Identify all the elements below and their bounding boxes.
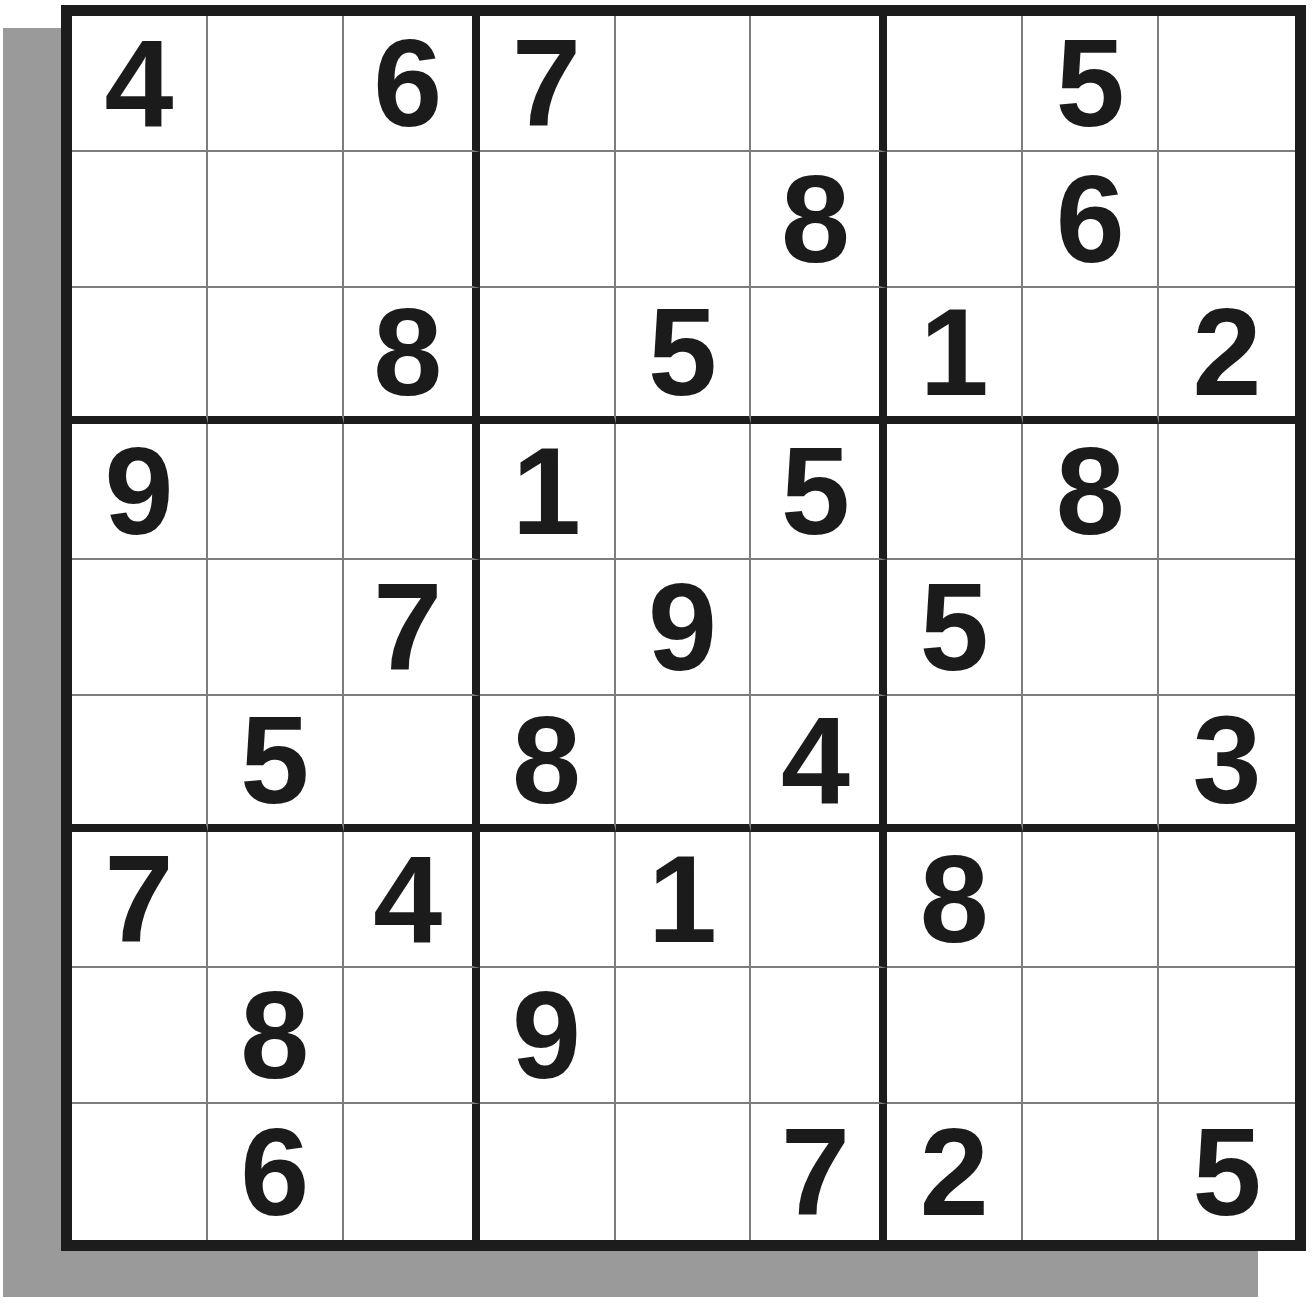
- cell-r7c9[interactable]: [1159, 832, 1295, 968]
- cell-r7c6[interactable]: [751, 832, 887, 968]
- cell-r9c2[interactable]: 6: [208, 1104, 344, 1240]
- cell-r1c7[interactable]: [887, 16, 1023, 152]
- cell-r1c9[interactable]: [1159, 16, 1295, 152]
- cell-r5c2[interactable]: [208, 560, 344, 696]
- cell-r4c2[interactable]: [208, 424, 344, 560]
- cell-r7c5[interactable]: 1: [616, 832, 752, 968]
- cell-r8c6[interactable]: [751, 968, 887, 1104]
- cell-r8c2[interactable]: 8: [208, 968, 344, 1104]
- cell-r3c6[interactable]: [751, 288, 887, 424]
- cell-r6c9[interactable]: 3: [1159, 696, 1295, 832]
- cell-r1c4[interactable]: 7: [480, 16, 616, 152]
- cell-r6c8[interactable]: [1023, 696, 1159, 832]
- cell-r3c7[interactable]: 1: [887, 288, 1023, 424]
- cell-r5c6[interactable]: [751, 560, 887, 696]
- cell-r7c4[interactable]: [480, 832, 616, 968]
- cell-r8c5[interactable]: [616, 968, 752, 1104]
- cell-r4c6[interactable]: 5: [751, 424, 887, 560]
- sudoku-board: 4675868512915879558437418896725: [61, 5, 1306, 1251]
- cell-r7c2[interactable]: [208, 832, 344, 968]
- cell-r2c4[interactable]: [480, 152, 616, 288]
- cell-r9c4[interactable]: [480, 1104, 616, 1240]
- cell-r8c1[interactable]: [72, 968, 208, 1104]
- cell-r3c8[interactable]: [1023, 288, 1159, 424]
- cell-r3c2[interactable]: [208, 288, 344, 424]
- cell-r8c4[interactable]: 9: [480, 968, 616, 1104]
- cell-r2c8[interactable]: 6: [1023, 152, 1159, 288]
- cell-r6c6[interactable]: 4: [751, 696, 887, 832]
- cell-r3c3[interactable]: 8: [344, 288, 480, 424]
- cell-r2c2[interactable]: [208, 152, 344, 288]
- cell-r4c1[interactable]: 9: [72, 424, 208, 560]
- cell-r9c7[interactable]: 2: [887, 1104, 1023, 1240]
- cell-r3c9[interactable]: 2: [1159, 288, 1295, 424]
- cell-r2c7[interactable]: [887, 152, 1023, 288]
- cell-r8c7[interactable]: [887, 968, 1023, 1104]
- cell-r1c1[interactable]: 4: [72, 16, 208, 152]
- cell-r8c9[interactable]: [1159, 968, 1295, 1104]
- cell-r6c5[interactable]: [616, 696, 752, 832]
- cell-r1c8[interactable]: 5: [1023, 16, 1159, 152]
- cell-r7c8[interactable]: [1023, 832, 1159, 968]
- cell-r9c1[interactable]: [72, 1104, 208, 1240]
- cell-r2c3[interactable]: [344, 152, 480, 288]
- cell-r3c4[interactable]: [480, 288, 616, 424]
- cell-r6c2[interactable]: 5: [208, 696, 344, 832]
- cell-r1c5[interactable]: [616, 16, 752, 152]
- cell-r9c5[interactable]: [616, 1104, 752, 1240]
- cell-r4c9[interactable]: [1159, 424, 1295, 560]
- cell-r5c5[interactable]: 9: [616, 560, 752, 696]
- cell-r1c6[interactable]: [751, 16, 887, 152]
- cell-r5c9[interactable]: [1159, 560, 1295, 696]
- cell-r7c7[interactable]: 8: [887, 832, 1023, 968]
- cell-r2c9[interactable]: [1159, 152, 1295, 288]
- cell-r1c3[interactable]: 6: [344, 16, 480, 152]
- sudoku-page: 4675868512915879558437418896725: [0, 0, 1313, 1303]
- cell-r5c4[interactable]: [480, 560, 616, 696]
- cell-r4c8[interactable]: 8: [1023, 424, 1159, 560]
- sudoku-grid: 4675868512915879558437418896725: [72, 16, 1295, 1240]
- cell-r7c3[interactable]: 4: [344, 832, 480, 968]
- cell-r9c6[interactable]: 7: [751, 1104, 887, 1240]
- cell-r4c3[interactable]: [344, 424, 480, 560]
- cell-r6c1[interactable]: [72, 696, 208, 832]
- cell-r9c9[interactable]: 5: [1159, 1104, 1295, 1240]
- cell-r9c8[interactable]: [1023, 1104, 1159, 1240]
- cell-r6c4[interactable]: 8: [480, 696, 616, 832]
- cell-r4c4[interactable]: 1: [480, 424, 616, 560]
- cell-r6c3[interactable]: [344, 696, 480, 832]
- cell-r9c3[interactable]: [344, 1104, 480, 1240]
- cell-r3c1[interactable]: [72, 288, 208, 424]
- cell-r2c6[interactable]: 8: [751, 152, 887, 288]
- cell-r5c1[interactable]: [72, 560, 208, 696]
- cell-r8c8[interactable]: [1023, 968, 1159, 1104]
- cell-r6c7[interactable]: [887, 696, 1023, 832]
- cell-r8c3[interactable]: [344, 968, 480, 1104]
- cell-r1c2[interactable]: [208, 16, 344, 152]
- cell-r2c5[interactable]: [616, 152, 752, 288]
- cell-r5c8[interactable]: [1023, 560, 1159, 696]
- cell-r4c7[interactable]: [887, 424, 1023, 560]
- cell-r5c7[interactable]: 5: [887, 560, 1023, 696]
- cell-r7c1[interactable]: 7: [72, 832, 208, 968]
- cell-r2c1[interactable]: [72, 152, 208, 288]
- cell-r4c5[interactable]: [616, 424, 752, 560]
- cell-r3c5[interactable]: 5: [616, 288, 752, 424]
- cell-r5c3[interactable]: 7: [344, 560, 480, 696]
